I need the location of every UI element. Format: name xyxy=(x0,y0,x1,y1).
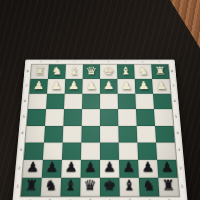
square-e1[interactable]: ♚ xyxy=(100,178,120,197)
square-f1[interactable]: ♝ xyxy=(119,178,139,197)
white-pawn[interactable]: ♟ xyxy=(155,80,168,91)
black-pawn[interactable]: ♟ xyxy=(84,161,97,174)
square-c8[interactable]: ♝ xyxy=(65,64,83,78)
square-f3[interactable] xyxy=(119,142,138,159)
square-h4[interactable] xyxy=(155,126,175,143)
black-rook[interactable]: ♜ xyxy=(24,179,38,193)
square-b3[interactable] xyxy=(43,142,63,159)
square-c7[interactable]: ♟ xyxy=(65,79,83,94)
file-label-b: b xyxy=(40,198,60,200)
black-knight[interactable]: ♞ xyxy=(142,179,156,193)
square-b7[interactable]: ♟ xyxy=(47,79,65,94)
white-pawn[interactable]: ♟ xyxy=(103,80,115,91)
white-knight[interactable]: ♞ xyxy=(51,65,63,76)
square-a4[interactable] xyxy=(25,126,45,143)
black-pawn[interactable]: ♟ xyxy=(103,161,116,174)
file-label-e: e xyxy=(100,60,117,64)
square-b2[interactable]: ♟ xyxy=(42,160,62,178)
file-label-h: h xyxy=(159,198,179,200)
rank-label-5: 5 xyxy=(173,109,180,125)
file-label-c: c xyxy=(66,60,83,64)
square-c1[interactable]: ♝ xyxy=(60,178,80,197)
square-d5[interactable] xyxy=(82,109,100,125)
file-label-g: g xyxy=(134,60,151,64)
file-label-d: d xyxy=(83,60,100,64)
white-king[interactable]: ♚ xyxy=(103,65,115,76)
photo-scene: ♜♞♝♛♚♝♞♜♟♟♟♟♟♟♟♟♟♟♟♟♟♟♟♟♜♞♝♛♚♝♞♜ 8765432… xyxy=(0,0,200,200)
black-bishop[interactable]: ♝ xyxy=(123,179,137,193)
square-f7[interactable]: ♟ xyxy=(117,79,135,94)
square-h3[interactable] xyxy=(156,142,176,159)
black-rook[interactable]: ♜ xyxy=(161,179,175,193)
white-pawn[interactable]: ♟ xyxy=(50,80,62,91)
square-c6[interactable] xyxy=(64,94,82,110)
black-queen[interactable]: ♛ xyxy=(83,179,96,193)
square-a5[interactable] xyxy=(27,109,46,125)
square-b5[interactable] xyxy=(45,109,64,125)
square-g3[interactable] xyxy=(137,142,157,159)
file-label-g: g xyxy=(140,198,160,200)
square-g6[interactable] xyxy=(135,94,154,110)
square-f8[interactable]: ♝ xyxy=(117,64,135,78)
square-e6[interactable] xyxy=(100,94,118,110)
black-pawn[interactable]: ♟ xyxy=(45,161,59,174)
square-d3[interactable] xyxy=(81,142,100,159)
file-label-c: c xyxy=(60,198,80,200)
square-b8[interactable]: ♞ xyxy=(48,64,66,78)
square-h7[interactable]: ♟ xyxy=(152,79,171,94)
square-e8[interactable]: ♚ xyxy=(100,64,117,78)
square-f5[interactable] xyxy=(118,109,137,125)
square-c3[interactable] xyxy=(62,142,81,159)
file-label-h: h xyxy=(151,60,168,64)
square-e2[interactable]: ♟ xyxy=(100,160,119,178)
white-rook[interactable]: ♜ xyxy=(154,65,166,76)
square-f2[interactable]: ♟ xyxy=(119,160,139,178)
square-b6[interactable] xyxy=(46,94,65,110)
white-pawn[interactable]: ♟ xyxy=(138,80,150,91)
file-label-a: a xyxy=(20,198,40,200)
chess-board: ♜♞♝♛♚♝♞♜♟♟♟♟♟♟♟♟♟♟♟♟♟♟♟♟♜♞♝♛♚♝♞♜ 8765432… xyxy=(12,60,188,200)
file-labels-bottom: abcdefgh xyxy=(20,198,180,200)
square-g2[interactable]: ♟ xyxy=(138,160,158,178)
square-g4[interactable] xyxy=(137,126,156,143)
board-grid: ♜♞♝♛♚♝♞♜♟♟♟♟♟♟♟♟♟♟♟♟♟♟♟♟♜♞♝♛♚♝♞♜ xyxy=(21,64,179,196)
rank-label-6: 6 xyxy=(172,94,179,110)
black-pawn[interactable]: ♟ xyxy=(141,161,155,174)
square-c2[interactable]: ♟ xyxy=(61,160,81,178)
rank-label-4: 4 xyxy=(174,126,181,143)
square-a7[interactable]: ♟ xyxy=(29,79,48,94)
black-king[interactable]: ♚ xyxy=(103,179,116,193)
black-knight[interactable]: ♞ xyxy=(44,179,58,193)
square-f6[interactable] xyxy=(118,94,136,110)
black-pawn[interactable]: ♟ xyxy=(26,161,40,174)
square-b1[interactable]: ♞ xyxy=(41,178,62,197)
black-pawn[interactable]: ♟ xyxy=(64,161,77,174)
square-a3[interactable] xyxy=(24,142,44,159)
square-a8[interactable]: ♜ xyxy=(31,64,49,78)
black-pawn[interactable]: ♟ xyxy=(122,161,135,174)
white-bishop[interactable]: ♝ xyxy=(120,65,132,76)
file-label-f: f xyxy=(117,60,134,64)
white-pawn[interactable]: ♟ xyxy=(32,80,45,91)
rank-label-1: 1 xyxy=(179,178,187,197)
square-c4[interactable] xyxy=(63,126,82,143)
square-a2[interactable]: ♟ xyxy=(22,160,43,178)
square-h8[interactable]: ♜ xyxy=(151,64,169,78)
white-pawn[interactable]: ♟ xyxy=(68,80,80,91)
white-pawn[interactable]: ♟ xyxy=(85,80,97,91)
file-label-a: a xyxy=(32,60,49,64)
white-queen[interactable]: ♛ xyxy=(86,65,98,76)
square-e5[interactable] xyxy=(100,109,118,125)
file-labels-top: abcdefgh xyxy=(32,60,168,64)
square-d8[interactable]: ♛ xyxy=(83,64,100,78)
square-e3[interactable] xyxy=(100,142,119,159)
square-d4[interactable] xyxy=(81,126,100,143)
white-pawn[interactable]: ♟ xyxy=(120,80,132,91)
black-pawn[interactable]: ♟ xyxy=(160,161,174,174)
white-bishop[interactable]: ♝ xyxy=(68,65,80,76)
white-knight[interactable]: ♞ xyxy=(137,65,149,76)
rank-label-8: 8 xyxy=(169,64,175,78)
square-g7[interactable]: ♟ xyxy=(135,79,153,94)
file-label-f: f xyxy=(120,198,140,200)
square-c5[interactable] xyxy=(63,109,82,125)
square-d7[interactable]: ♟ xyxy=(82,79,100,94)
white-rook[interactable]: ♜ xyxy=(34,65,46,76)
square-h2[interactable]: ♟ xyxy=(157,160,178,178)
square-g5[interactable] xyxy=(136,109,155,125)
rank-label-7: 7 xyxy=(170,79,177,94)
square-b4[interactable] xyxy=(44,126,63,143)
black-bishop[interactable]: ♝ xyxy=(64,179,78,193)
square-f4[interactable] xyxy=(118,126,137,143)
square-h5[interactable] xyxy=(154,109,173,125)
file-label-b: b xyxy=(49,60,66,64)
square-h1[interactable]: ♜ xyxy=(158,178,179,197)
square-h6[interactable] xyxy=(153,94,172,110)
square-e4[interactable] xyxy=(100,126,119,143)
square-e7[interactable]: ♟ xyxy=(100,79,118,94)
square-g1[interactable]: ♞ xyxy=(139,178,160,197)
square-a6[interactable] xyxy=(28,94,47,110)
rank-label-2: 2 xyxy=(177,160,184,178)
file-label-e: e xyxy=(100,198,120,200)
square-d6[interactable] xyxy=(82,94,100,110)
file-label-d: d xyxy=(80,198,100,200)
square-g8[interactable]: ♞ xyxy=(134,64,152,78)
square-d2[interactable]: ♟ xyxy=(81,160,100,178)
square-d1[interactable]: ♛ xyxy=(80,178,100,197)
square-a1[interactable]: ♜ xyxy=(21,178,42,197)
rank-label-3: 3 xyxy=(176,142,183,159)
